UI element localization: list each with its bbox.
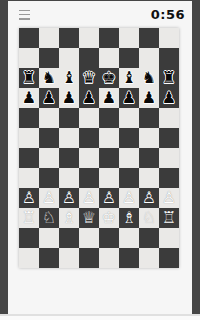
bg-square [19,28,39,48]
piece-white-bishop[interactable]: ♗ [119,208,139,228]
square-g7[interactable]: ♟ [139,88,159,108]
piece-white-knight[interactable]: ♘ [139,208,159,228]
square-b7[interactable]: ♟ [39,88,59,108]
piece-black-king[interactable]: ♚ [99,68,119,88]
square-d6[interactable] [79,108,99,128]
square-h6[interactable] [159,108,179,128]
piece-black-knight[interactable]: ♞ [139,68,159,88]
square-h3[interactable] [159,168,179,188]
square-a7[interactable]: ♟ [19,88,39,108]
bg-square [39,248,59,268]
piece-white-pawn[interactable]: ♙ [119,188,139,208]
bg-square [39,28,59,48]
square-e7[interactable]: ♟ [99,88,119,108]
square-b1[interactable]: ♘ [39,208,59,228]
menu-icon-bar [19,10,30,12]
piece-white-king[interactable]: ♔ [99,208,119,228]
bg-square [79,48,99,68]
bg-square [79,28,99,48]
piece-white-pawn[interactable]: ♙ [19,188,39,208]
square-c1[interactable]: ♗ [59,208,79,228]
piece-white-pawn[interactable]: ♙ [79,188,99,208]
square-f7[interactable]: ♟ [119,88,139,108]
piece-black-pawn[interactable]: ♟ [79,88,99,108]
bg-square [79,228,99,248]
bg-square [139,48,159,68]
square-f2[interactable]: ♙ [119,188,139,208]
square-d2[interactable]: ♙ [79,188,99,208]
bg-square [159,228,179,248]
menu-icon-bar [19,18,30,20]
square-g2[interactable]: ♙ [139,188,159,208]
square-g5[interactable] [139,128,159,148]
bg-square [159,48,179,68]
square-h5[interactable] [159,128,179,148]
square-e5[interactable] [99,128,119,148]
piece-white-pawn[interactable]: ♙ [39,188,59,208]
square-c8[interactable]: ♝ [59,68,79,88]
bg-square [139,248,159,268]
square-a8[interactable]: ♜ [19,68,39,88]
square-b4[interactable] [39,148,59,168]
square-d3[interactable] [79,168,99,188]
square-e4[interactable] [99,148,119,168]
square-f6[interactable] [119,108,139,128]
content-card: 0:56 ♜♞♝♛♚♝♞♜♟♟♟♟♟♟♟♟♙♙♙♙♙♙♙♙♖♘♗♕♔♗♘♖ [8,1,192,314]
square-h2[interactable]: ♙ [159,188,179,208]
bg-square [79,248,99,268]
piece-black-rook[interactable]: ♜ [159,68,179,88]
menu-icon[interactable] [19,10,31,20]
chess-board[interactable]: ♜♞♝♛♚♝♞♜♟♟♟♟♟♟♟♟♙♙♙♙♙♙♙♙♖♘♗♕♔♗♘♖ [19,28,179,268]
square-a3[interactable] [19,168,39,188]
bottom-edge-band [0,314,200,320]
square-g8[interactable]: ♞ [139,68,159,88]
piece-white-pawn[interactable]: ♙ [59,188,79,208]
bg-square [39,228,59,248]
piece-black-bishop[interactable]: ♝ [119,68,139,88]
square-b3[interactable] [39,168,59,188]
square-e6[interactable] [99,108,119,128]
square-c3[interactable] [59,168,79,188]
square-e2[interactable]: ♙ [99,188,119,208]
square-d8[interactable]: ♛ [79,68,99,88]
square-h4[interactable] [159,148,179,168]
piece-white-pawn[interactable]: ♙ [159,188,179,208]
square-b5[interactable] [39,128,59,148]
square-h8[interactable]: ♜ [159,68,179,88]
square-g1[interactable]: ♘ [139,208,159,228]
square-f8[interactable]: ♝ [119,68,139,88]
piece-white-knight[interactable]: ♘ [39,208,59,228]
bg-square [39,48,59,68]
bg-square [19,228,39,248]
square-h1[interactable]: ♖ [159,208,179,228]
bg-square [59,228,79,248]
square-d5[interactable] [79,128,99,148]
square-a5[interactable] [19,128,39,148]
square-a4[interactable] [19,148,39,168]
square-g3[interactable] [139,168,159,188]
square-g4[interactable] [139,148,159,168]
square-e1[interactable]: ♔ [99,208,119,228]
square-e3[interactable] [99,168,119,188]
square-d7[interactable]: ♟ [79,88,99,108]
game-timer: 0:56 [151,7,185,22]
piece-black-pawn[interactable]: ♟ [39,88,59,108]
square-a1[interactable]: ♖ [19,208,39,228]
piece-white-rook[interactable]: ♖ [159,208,179,228]
square-f4[interactable] [119,148,139,168]
piece-black-pawn[interactable]: ♟ [119,88,139,108]
square-c6[interactable] [59,108,79,128]
app-screen: 0:56 ♜♞♝♛♚♝♞♜♟♟♟♟♟♟♟♟♙♙♙♙♙♙♙♙♖♘♗♕♔♗♘♖ [0,0,200,320]
square-e8[interactable]: ♚ [99,68,119,88]
piece-black-bishop[interactable]: ♝ [59,68,79,88]
piece-black-pawn[interactable]: ♟ [159,88,179,108]
bg-square [99,228,119,248]
square-c5[interactable] [59,128,79,148]
bg-square [119,248,139,268]
top-bar: 0:56 [8,1,192,28]
piece-black-pawn[interactable]: ♟ [59,88,79,108]
square-c7[interactable]: ♟ [59,88,79,108]
bg-square [19,248,39,268]
piece-black-knight[interactable]: ♞ [39,68,59,88]
menu-icon-bar [19,14,30,16]
piece-black-pawn[interactable]: ♟ [19,88,39,108]
bg-square [99,28,119,48]
square-c4[interactable] [59,148,79,168]
square-b2[interactable]: ♙ [39,188,59,208]
bg-square [99,248,119,268]
square-b8[interactable]: ♞ [39,68,59,88]
bg-square [119,28,139,48]
bg-square [139,28,159,48]
piece-black-queen[interactable]: ♛ [79,68,99,88]
square-d4[interactable] [79,148,99,168]
square-a6[interactable] [19,108,39,128]
piece-white-bishop[interactable]: ♗ [59,208,79,228]
square-g6[interactable] [139,108,159,128]
square-d1[interactable]: ♕ [79,208,99,228]
bg-square [159,248,179,268]
bg-square [159,28,179,48]
square-a2[interactable]: ♙ [19,188,39,208]
piece-white-queen[interactable]: ♕ [79,208,99,228]
bg-square [119,228,139,248]
bg-square [119,48,139,68]
square-h7[interactable]: ♟ [159,88,179,108]
bg-square [59,28,79,48]
square-f1[interactable]: ♗ [119,208,139,228]
bg-square [19,48,39,68]
piece-white-pawn[interactable]: ♙ [139,188,159,208]
piece-black-pawn[interactable]: ♟ [139,88,159,108]
bg-square [139,228,159,248]
bg-square [59,48,79,68]
square-f3[interactable] [119,168,139,188]
bg-square [99,48,119,68]
square-f5[interactable] [119,128,139,148]
piece-black-pawn[interactable]: ♟ [99,88,119,108]
piece-white-pawn[interactable]: ♙ [99,188,119,208]
bg-square [59,248,79,268]
square-c2[interactable]: ♙ [59,188,79,208]
piece-white-rook[interactable]: ♖ [19,208,39,228]
square-b6[interactable] [39,108,59,128]
piece-black-rook[interactable]: ♜ [19,68,39,88]
